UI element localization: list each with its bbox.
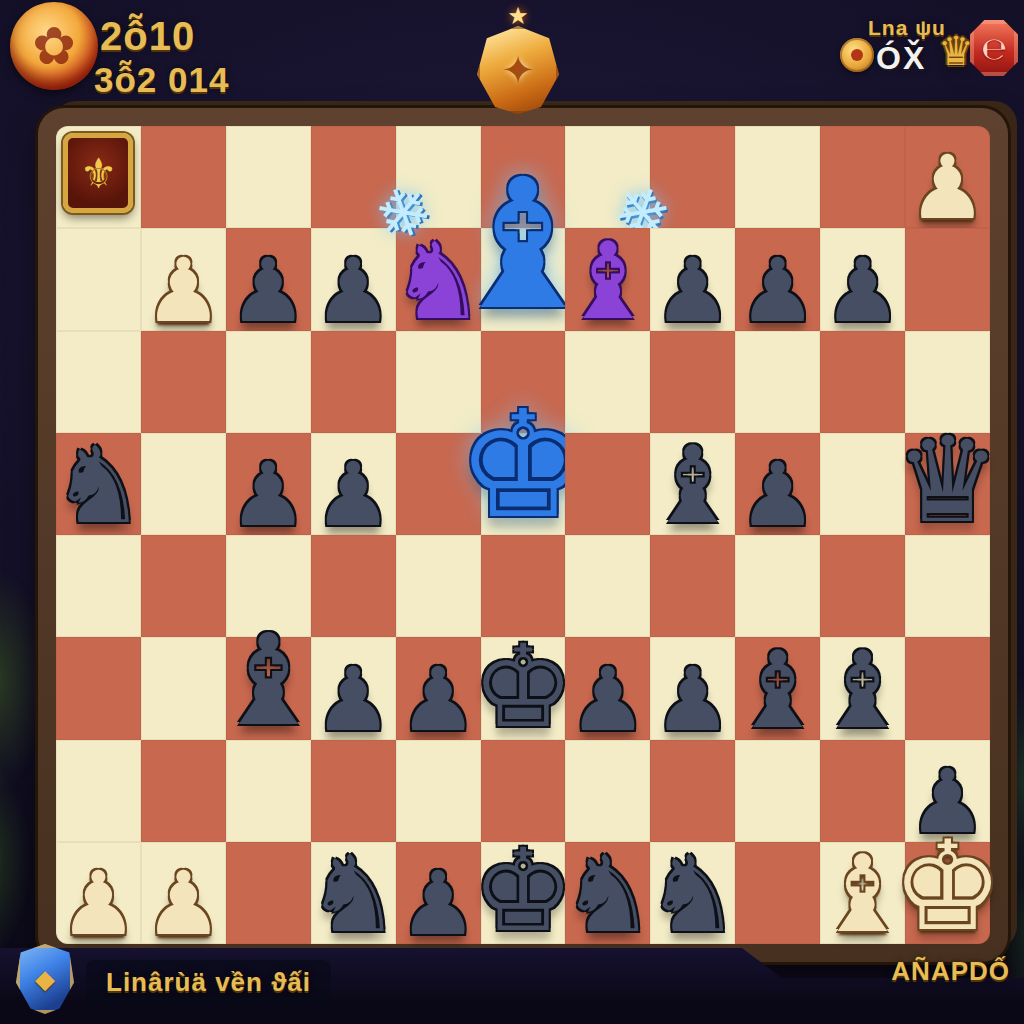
square-r5c2[interactable]: ♝ [226, 637, 311, 739]
gold-coin-icon [840, 38, 874, 72]
score-value: 3ỗ2 014 [94, 60, 229, 100]
gold-crest-icon: ★ ✦ [468, 4, 568, 116]
black-bishop[interactable]: ♝ [730, 638, 825, 744]
chess-board-frame: ⚜♟♟♟♟♞♝♝♟♟♟♞♟♟♚♝♟♛♝♟♟♚♟♟♝♝♟♟♟♞♟♚♞♞♝♚ [38, 108, 1008, 962]
square-r3c9[interactable] [820, 433, 905, 535]
black-pawn[interactable]: ♟ [823, 247, 902, 335]
square-r6c6[interactable] [565, 740, 650, 842]
square-r1c8[interactable]: ♟ [735, 228, 820, 330]
square-r0c9[interactable] [820, 126, 905, 228]
black-bishop[interactable]: ♝ [212, 618, 325, 744]
black-pawn[interactable]: ♟ [314, 247, 393, 335]
black-pawn[interactable]: ♟ [568, 656, 647, 744]
square-r2c0[interactable] [56, 331, 141, 433]
square-r7c0[interactable]: ♟ [56, 842, 141, 944]
crest-star-icon: ★ [507, 4, 529, 28]
shield-gem-icon: ◆ [35, 964, 55, 994]
square-r7c5[interactable]: ♚ [481, 842, 566, 944]
black-knight[interactable]: ♞ [306, 842, 401, 948]
square-r5c4[interactable]: ♟ [396, 637, 481, 739]
square-r5c9[interactable]: ♝ [820, 637, 905, 739]
square-r1c7[interactable]: ♟ [650, 228, 735, 330]
square-r7c6[interactable]: ♞ [565, 842, 650, 944]
square-r1c6[interactable]: ♝ [565, 228, 650, 330]
currency-label: Lna ψu [868, 16, 946, 40]
black-pawn[interactable]: ♟ [314, 451, 393, 539]
black-pawn[interactable]: ♟ [399, 860, 478, 948]
square-r3c8[interactable]: ♟ [735, 433, 820, 535]
square-r6c2[interactable] [226, 740, 311, 842]
black-knight[interactable]: ♞ [51, 433, 146, 539]
square-r5c10[interactable] [905, 637, 990, 739]
white-pawn[interactable]: ♟ [59, 860, 138, 948]
crest-inner-icon: ✦ [501, 47, 535, 93]
square-r3c2[interactable]: ♟ [226, 433, 311, 535]
board-grid: ⚜♟♟♟♟♞♝♝♟♟♟♞♟♟♚♝♟♛♝♟♟♚♟♟♝♝♟♟♟♞♟♚♞♞♝♚ [56, 126, 990, 944]
square-r1c10[interactable] [905, 228, 990, 330]
rating-value: 2ỗ10 [100, 14, 195, 59]
square-r5c5[interactable]: ♚ [481, 637, 566, 739]
square-r5c8[interactable]: ♝ [735, 637, 820, 739]
square-r5c7[interactable]: ♟ [650, 637, 735, 739]
currency-value: ÓX̌ [876, 40, 926, 77]
square-r3c7[interactable]: ♝ [650, 433, 735, 535]
black-queen[interactable]: ♛ [895, 421, 1001, 539]
black-bishop[interactable]: ♝ [815, 638, 910, 744]
gold-eagle-emblem[interactable]: ⚜ [63, 133, 133, 213]
square-r6c0[interactable] [56, 740, 141, 842]
square-r7c2[interactable] [226, 842, 311, 944]
black-pawn[interactable]: ♟ [229, 247, 308, 335]
square-r4c4[interactable] [396, 535, 481, 637]
black-king[interactable]: ♚ [472, 834, 574, 948]
red-swirl-button[interactable]: ℮ [970, 20, 1018, 76]
square-r1c0[interactable] [56, 228, 141, 330]
square-r1c1[interactable]: ♟ [141, 228, 226, 330]
black-pawn[interactable]: ♟ [738, 451, 817, 539]
square-r1c2[interactable]: ♟ [226, 228, 311, 330]
black-king[interactable]: ♚ [472, 630, 574, 744]
square-r3c1[interactable] [141, 433, 226, 535]
black-knight[interactable]: ♞ [645, 842, 740, 948]
white-pawn[interactable]: ♟ [144, 247, 223, 335]
swirl-icon: ℮ [981, 31, 1007, 66]
square-r1c3[interactable]: ♟ [311, 228, 396, 330]
crest-body: ✦ [477, 26, 559, 114]
square-r4c10[interactable] [905, 535, 990, 637]
square-r0c1[interactable] [141, 126, 226, 228]
white-king[interactable]: ♚ [892, 824, 1003, 948]
square-r1c9[interactable]: ♟ [820, 228, 905, 330]
square-r2c1[interactable] [141, 331, 226, 433]
square-r4c6[interactable] [565, 535, 650, 637]
square-r7c4[interactable]: ♟ [396, 842, 481, 944]
square-r3c0[interactable]: ♞ [56, 433, 141, 535]
black-pawn[interactable]: ♟ [229, 451, 308, 539]
square-r5c6[interactable]: ♟ [565, 637, 650, 739]
square-r6c3[interactable] [311, 740, 396, 842]
square-r6c1[interactable] [141, 740, 226, 842]
square-r0c10[interactable]: ♟ [905, 126, 990, 228]
square-r3c6[interactable] [565, 433, 650, 535]
gold-trophy-icon[interactable]: ♛ [938, 28, 974, 74]
square-r3c3[interactable]: ♟ [311, 433, 396, 535]
white-pawn[interactable]: ♟ [144, 860, 223, 948]
square-r7c8[interactable] [735, 842, 820, 944]
square-r7c3[interactable]: ♞ [311, 842, 396, 944]
black-knight[interactable]: ♞ [560, 842, 655, 948]
black-bishop[interactable]: ♝ [645, 433, 740, 539]
square-r1c5[interactable]: ♝ [481, 228, 566, 330]
square-r7c10[interactable]: ♚ [905, 842, 990, 944]
opponent-name: AÑAPDỐ [891, 956, 1010, 987]
black-pawn[interactable]: ♟ [653, 247, 732, 335]
coin-center-dot [851, 49, 863, 61]
black-pawn[interactable]: ♟ [653, 656, 732, 744]
square-r0c8[interactable] [735, 126, 820, 228]
square-r2c9[interactable] [820, 331, 905, 433]
player-name: Linârùä vền ϑấi [86, 960, 331, 1005]
square-r3c10[interactable]: ♛ [905, 433, 990, 535]
background: { "game": "chess", "variant_note": "fant… [0, 0, 1024, 1024]
black-pawn[interactable]: ♟ [314, 656, 393, 744]
square-r6c4[interactable] [396, 740, 481, 842]
square-r2c2[interactable] [226, 331, 311, 433]
square-r6c8[interactable] [735, 740, 820, 842]
square-r7c1[interactable]: ♟ [141, 842, 226, 944]
square-r2c7[interactable] [650, 331, 735, 433]
square-r2c3[interactable] [311, 331, 396, 433]
square-r0c0[interactable]: ⚜ [56, 126, 141, 228]
white-pawn[interactable]: ♟ [908, 144, 987, 232]
black-pawn[interactable]: ♟ [738, 247, 817, 335]
black-pawn[interactable]: ♟ [399, 656, 478, 744]
rose-glyph: ✿ [32, 16, 76, 76]
fire-rose-badge-icon[interactable]: ✿ [10, 2, 98, 90]
square-r5c0[interactable] [56, 637, 141, 739]
square-r2c8[interactable] [735, 331, 820, 433]
square-r4c9[interactable] [820, 535, 905, 637]
square-r0c2[interactable] [226, 126, 311, 228]
square-r5c3[interactable]: ♟ [311, 637, 396, 739]
square-r6c7[interactable] [650, 740, 735, 842]
square-r4c8[interactable] [735, 535, 820, 637]
purple-bishop[interactable]: ♝ [560, 229, 655, 335]
square-r4c0[interactable] [56, 535, 141, 637]
square-r7c7[interactable]: ♞ [650, 842, 735, 944]
square-r3c5[interactable]: ♚ [481, 433, 566, 535]
square-r4c7[interactable] [650, 535, 735, 637]
